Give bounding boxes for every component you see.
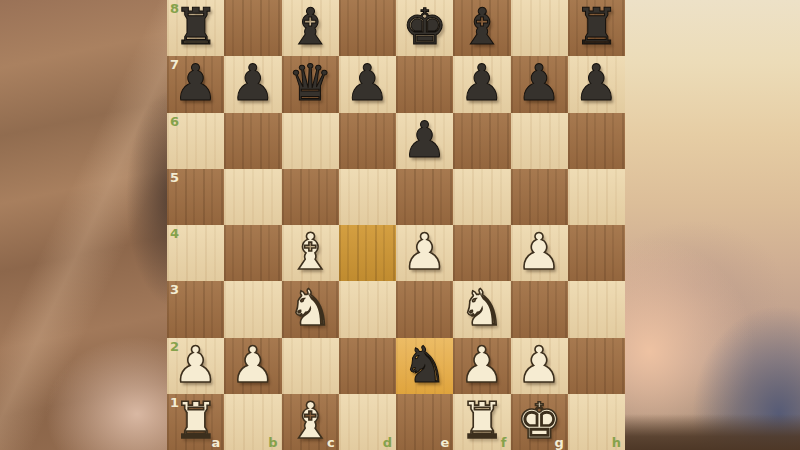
square-d1[interactable]: d: [339, 394, 396, 450]
square-d5[interactable]: [339, 169, 396, 225]
square-b6[interactable]: [224, 113, 281, 169]
square-a2[interactable]: 2♟: [167, 338, 224, 394]
square-a1[interactable]: 1a♜: [167, 394, 224, 450]
square-g4[interactable]: ♟: [511, 225, 568, 281]
square-d8[interactable]: [339, 0, 396, 56]
square-h7[interactable]: ♟: [568, 56, 625, 112]
square-f5[interactable]: [453, 169, 510, 225]
black-pawn-f7[interactable]: ♟: [459, 58, 504, 108]
square-f8[interactable]: ♝: [453, 0, 510, 56]
square-f1[interactable]: f♜: [453, 394, 510, 450]
white-rook-f1[interactable]: ♜: [459, 396, 504, 446]
square-g1[interactable]: g♚: [511, 394, 568, 450]
square-h8[interactable]: ♜: [568, 0, 625, 56]
white-pawn-e4[interactable]: ♟: [402, 227, 447, 277]
square-f3[interactable]: ♞: [453, 281, 510, 337]
square-e2[interactable]: ♞: [396, 338, 453, 394]
file-label-b: b: [268, 435, 277, 450]
black-bishop-c8[interactable]: ♝: [288, 2, 333, 52]
black-pawn-h7[interactable]: ♟: [574, 58, 619, 108]
square-h1[interactable]: h: [568, 394, 625, 450]
square-e7[interactable]: [396, 56, 453, 112]
square-f7[interactable]: ♟: [453, 56, 510, 112]
square-g2[interactable]: ♟: [511, 338, 568, 394]
square-d6[interactable]: [339, 113, 396, 169]
background-photo-left: [0, 0, 167, 450]
square-b2[interactable]: ♟: [224, 338, 281, 394]
square-h3[interactable]: [568, 281, 625, 337]
black-pawn-b7[interactable]: ♟: [230, 58, 275, 108]
square-c5[interactable]: [282, 169, 339, 225]
square-c1[interactable]: c♝: [282, 394, 339, 450]
square-c7[interactable]: ♛: [282, 56, 339, 112]
white-king-g1[interactable]: ♚: [517, 396, 562, 446]
square-b4[interactable]: [224, 225, 281, 281]
black-king-e8[interactable]: ♚: [402, 2, 447, 52]
square-g6[interactable]: [511, 113, 568, 169]
square-d4[interactable]: [339, 225, 396, 281]
square-a7[interactable]: 7♟: [167, 56, 224, 112]
white-bishop-c1[interactable]: ♝: [288, 396, 333, 446]
square-h6[interactable]: [568, 113, 625, 169]
square-b3[interactable]: [224, 281, 281, 337]
square-e6[interactable]: ♟: [396, 113, 453, 169]
square-c3[interactable]: ♞: [282, 281, 339, 337]
white-pawn-b2[interactable]: ♟: [230, 340, 275, 390]
square-a3[interactable]: 3: [167, 281, 224, 337]
square-g3[interactable]: [511, 281, 568, 337]
black-knight-e2[interactable]: ♞: [402, 340, 447, 390]
chess-app-screenshot: 8♜♝♚♝♜7♟♟♛♟♟♟♟6♟54♝♟♟3♞♞2♟♟♞♟♟1a♜bc♝def♜…: [0, 0, 800, 450]
square-a6[interactable]: 6: [167, 113, 224, 169]
chess-board: 8♜♝♚♝♜7♟♟♛♟♟♟♟6♟54♝♟♟3♞♞2♟♟♞♟♟1a♜bc♝def♜…: [167, 0, 625, 450]
rank-label-5: 5: [170, 170, 179, 185]
white-pawn-f2[interactable]: ♟: [459, 340, 504, 390]
square-b7[interactable]: ♟: [224, 56, 281, 112]
square-a8[interactable]: 8♜: [167, 0, 224, 56]
black-queen-c7[interactable]: ♛: [288, 58, 333, 108]
rank-label-6: 6: [170, 114, 179, 129]
square-g7[interactable]: ♟: [511, 56, 568, 112]
file-label-d: d: [383, 435, 392, 450]
square-f6[interactable]: [453, 113, 510, 169]
square-h4[interactable]: [568, 225, 625, 281]
square-b5[interactable]: [224, 169, 281, 225]
square-h2[interactable]: [568, 338, 625, 394]
square-e3[interactable]: [396, 281, 453, 337]
white-pawn-g2[interactable]: ♟: [517, 340, 562, 390]
square-f4[interactable]: [453, 225, 510, 281]
square-f2[interactable]: ♟: [453, 338, 510, 394]
square-d7[interactable]: ♟: [339, 56, 396, 112]
square-c6[interactable]: [282, 113, 339, 169]
square-g8[interactable]: [511, 0, 568, 56]
black-bishop-f8[interactable]: ♝: [459, 2, 504, 52]
black-rook-h8[interactable]: ♜: [574, 2, 619, 52]
square-e1[interactable]: e: [396, 394, 453, 450]
black-pawn-d7[interactable]: ♟: [345, 58, 390, 108]
white-rook-a1[interactable]: ♜: [173, 396, 218, 446]
square-g5[interactable]: [511, 169, 568, 225]
black-pawn-g7[interactable]: ♟: [517, 58, 562, 108]
white-pawn-g4[interactable]: ♟: [517, 227, 562, 277]
square-b8[interactable]: [224, 0, 281, 56]
black-rook-a8[interactable]: ♜: [173, 2, 218, 52]
white-knight-c3[interactable]: ♞: [288, 283, 333, 333]
rank-label-4: 4: [170, 226, 179, 241]
black-pawn-e6[interactable]: ♟: [402, 115, 447, 165]
rank-label-3: 3: [170, 282, 179, 297]
square-c2[interactable]: [282, 338, 339, 394]
file-label-h: h: [612, 435, 621, 450]
square-c8[interactable]: ♝: [282, 0, 339, 56]
white-pawn-a2[interactable]: ♟: [173, 340, 218, 390]
square-b1[interactable]: b: [224, 394, 281, 450]
file-label-e: e: [440, 435, 449, 450]
square-c4[interactable]: ♝: [282, 225, 339, 281]
square-a4[interactable]: 4: [167, 225, 224, 281]
square-a5[interactable]: 5: [167, 169, 224, 225]
white-bishop-c4[interactable]: ♝: [288, 227, 333, 277]
square-d3[interactable]: [339, 281, 396, 337]
square-e8[interactable]: ♚: [396, 0, 453, 56]
square-e5[interactable]: [396, 169, 453, 225]
square-e4[interactable]: ♟: [396, 225, 453, 281]
square-h5[interactable]: [568, 169, 625, 225]
square-d2[interactable]: [339, 338, 396, 394]
background-photo-right: [625, 0, 800, 450]
black-pawn-a7[interactable]: ♟: [173, 58, 218, 108]
white-knight-f3[interactable]: ♞: [459, 283, 504, 333]
